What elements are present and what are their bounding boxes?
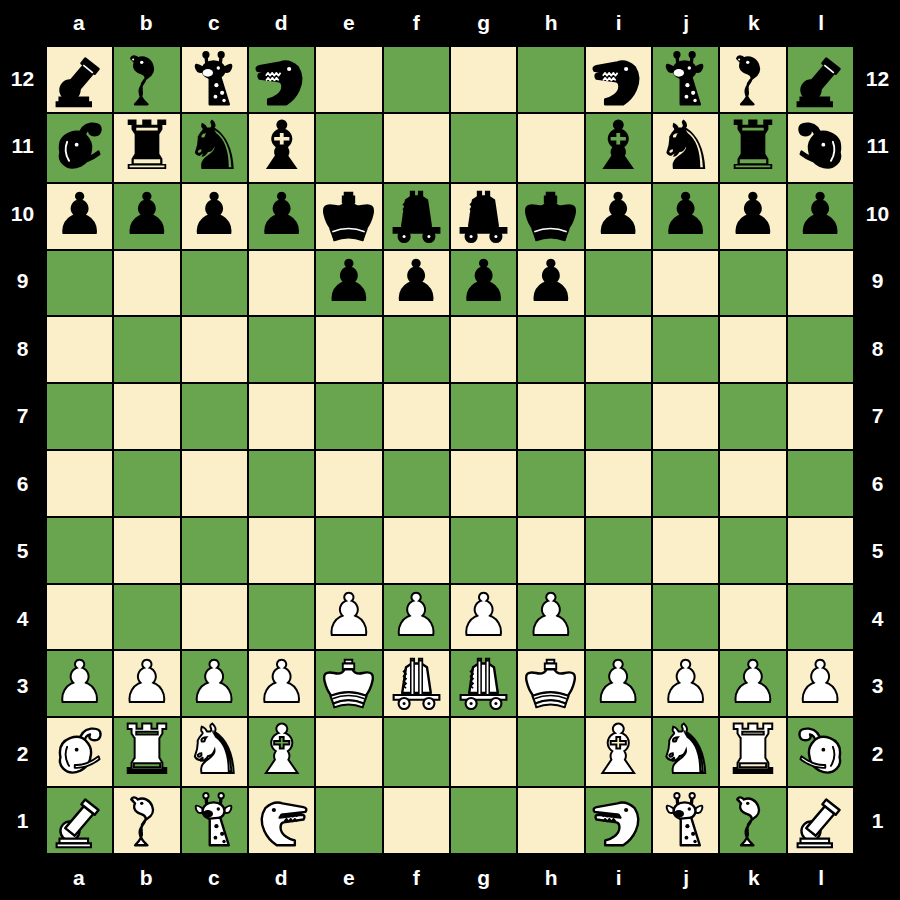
square-a10[interactable]: ♟ (47, 184, 112, 249)
square-d2[interactable]: ♝ (249, 718, 314, 786)
piece-white-pawn[interactable]: ♟ (256, 653, 308, 711)
piece-black-rook[interactable]: ♜ (723, 112, 784, 180)
piece-black-queen[interactable] (318, 186, 379, 247)
file-label-bottom-k: k (720, 855, 788, 900)
rank-label-left-8: 8 (0, 315, 45, 383)
square-k7[interactable] (720, 384, 785, 449)
piece-black-giraffe[interactable] (184, 49, 245, 110)
rank-label-right-7: 7 (855, 383, 900, 451)
square-e8[interactable] (316, 317, 381, 382)
square-l9[interactable] (788, 251, 853, 316)
square-d10[interactable]: ♟ (249, 184, 314, 249)
square-f4[interactable]: ♟ (384, 585, 449, 650)
square-a5[interactable] (47, 518, 112, 583)
square-a4[interactable] (47, 585, 112, 650)
square-i5[interactable] (586, 518, 651, 583)
rank-label-right-2: 2 (855, 720, 900, 788)
rank-label-left-4: 4 (0, 585, 45, 653)
rank-labels-right: 121110987654321 (855, 45, 900, 855)
square-g3[interactable] (451, 651, 516, 716)
square-h9[interactable]: ♟ (518, 251, 583, 316)
file-label-bottom-j: j (653, 855, 721, 900)
square-k9[interactable] (720, 251, 785, 316)
piece-black-pawn[interactable]: ♟ (660, 185, 712, 243)
square-f10[interactable] (384, 184, 449, 249)
square-d9[interactable] (249, 251, 314, 316)
square-k8[interactable] (720, 317, 785, 382)
square-e1[interactable] (316, 788, 381, 853)
file-label-bottom-g: g (450, 855, 518, 900)
file-label-top-g: g (450, 0, 518, 45)
square-l11[interactable] (788, 114, 853, 182)
piece-white-pawn[interactable]: ♟ (121, 653, 173, 711)
square-g6[interactable] (451, 451, 516, 516)
square-h12[interactable] (518, 47, 583, 112)
square-h5[interactable] (518, 518, 583, 583)
square-i2[interactable]: ♝ (586, 718, 651, 786)
square-l7[interactable] (788, 384, 853, 449)
square-i10[interactable]: ♟ (586, 184, 651, 249)
piece-white-pawn[interactable]: ♟ (390, 586, 442, 644)
file-label-top-c: c (180, 0, 248, 45)
board-screen: abcdefghijkl 121110987654321 ♜♞♝♝♞♜♟♟♟♟♟… (0, 0, 900, 900)
piece-black-king[interactable] (520, 186, 581, 247)
square-a11[interactable] (47, 114, 112, 182)
square-g9[interactable]: ♟ (451, 251, 516, 316)
square-b1[interactable] (114, 788, 179, 853)
square-c7[interactable] (182, 384, 247, 449)
piece-white-crocodile[interactable] (588, 790, 649, 851)
piece-black-pawn[interactable]: ♟ (323, 252, 375, 310)
file-labels-top: abcdefghijkl (45, 0, 855, 45)
square-e3[interactable] (316, 651, 381, 716)
square-d12[interactable] (249, 47, 314, 112)
square-d4[interactable] (249, 585, 314, 650)
square-f9[interactable]: ♟ (384, 251, 449, 316)
square-g5[interactable] (451, 518, 516, 583)
piece-white-knight[interactable]: ♞ (184, 716, 245, 784)
square-l8[interactable] (788, 317, 853, 382)
piece-black-cannon[interactable] (790, 49, 851, 110)
piece-black-pawn[interactable]: ♟ (256, 185, 308, 243)
rank-label-right-1: 1 (855, 788, 900, 856)
piece-white-pawn[interactable]: ♟ (188, 653, 240, 711)
square-k3[interactable]: ♟ (720, 651, 785, 716)
rank-label-right-6: 6 (855, 450, 900, 518)
square-d3[interactable]: ♟ (249, 651, 314, 716)
square-j2[interactable]: ♞ (653, 718, 718, 786)
square-e10[interactable] (316, 184, 381, 249)
rank-label-left-11: 11 (0, 113, 45, 181)
piece-white-giraffe[interactable] (655, 790, 716, 851)
square-e11[interactable] (316, 114, 381, 182)
rank-label-left-10: 10 (0, 180, 45, 248)
square-l6[interactable] (788, 451, 853, 516)
square-f2[interactable] (384, 718, 449, 786)
square-e5[interactable] (316, 518, 381, 583)
rank-label-right-5: 5 (855, 518, 900, 586)
square-h11[interactable] (518, 114, 583, 182)
rank-label-left-12: 12 (0, 45, 45, 113)
square-c1[interactable] (182, 788, 247, 853)
square-g4[interactable]: ♟ (451, 585, 516, 650)
piece-white-knight[interactable]: ♞ (655, 716, 716, 784)
square-k1[interactable] (720, 788, 785, 853)
square-k5[interactable] (720, 518, 785, 583)
square-a6[interactable] (47, 451, 112, 516)
square-g8[interactable] (451, 317, 516, 382)
piece-white-crocodile[interactable] (251, 790, 312, 851)
square-k4[interactable] (720, 585, 785, 650)
rank-label-right-10: 10 (855, 180, 900, 248)
piece-white-cannon[interactable] (790, 790, 851, 851)
rank-label-left-2: 2 (0, 720, 45, 788)
rank-label-left-1: 1 (0, 788, 45, 856)
square-d11[interactable]: ♝ (249, 114, 314, 182)
piece-black-machine[interactable] (453, 186, 514, 247)
piece-black-pawn[interactable]: ♟ (794, 185, 846, 243)
square-j12[interactable] (653, 47, 718, 112)
file-label-top-e: e (315, 0, 383, 45)
square-i12[interactable] (586, 47, 651, 112)
square-c5[interactable] (182, 518, 247, 583)
square-b9[interactable] (114, 251, 179, 316)
square-d6[interactable] (249, 451, 314, 516)
square-b8[interactable] (114, 317, 179, 382)
square-g12[interactable] (451, 47, 516, 112)
square-j6[interactable] (653, 451, 718, 516)
square-i1[interactable] (586, 788, 651, 853)
piece-black-knight[interactable]: ♞ (184, 112, 245, 180)
piece-black-machine[interactable] (386, 186, 447, 247)
piece-white-machine[interactable] (386, 653, 447, 714)
piece-black-elephant[interactable] (790, 117, 851, 178)
square-l2[interactable] (788, 718, 853, 786)
rank-label-left-7: 7 (0, 383, 45, 451)
square-b3[interactable]: ♟ (114, 651, 179, 716)
square-c4[interactable] (182, 585, 247, 650)
square-i8[interactable] (586, 317, 651, 382)
file-label-bottom-e: e (315, 855, 383, 900)
square-c3[interactable]: ♟ (182, 651, 247, 716)
square-h8[interactable] (518, 317, 583, 382)
file-label-top-f: f (383, 0, 451, 45)
square-b7[interactable] (114, 384, 179, 449)
file-label-top-l: l (788, 0, 856, 45)
piece-white-pawn[interactable]: ♟ (323, 586, 375, 644)
square-g2[interactable] (451, 718, 516, 786)
square-c11[interactable]: ♞ (182, 114, 247, 182)
square-b5[interactable] (114, 518, 179, 583)
square-b6[interactable] (114, 451, 179, 516)
piece-black-giraffe[interactable] (655, 49, 716, 110)
square-b12[interactable] (114, 47, 179, 112)
square-a9[interactable] (47, 251, 112, 316)
rank-label-left-5: 5 (0, 518, 45, 586)
square-j4[interactable] (653, 585, 718, 650)
file-label-top-a: a (45, 0, 113, 45)
square-j8[interactable] (653, 317, 718, 382)
square-a3[interactable]: ♟ (47, 651, 112, 716)
square-d5[interactable] (249, 518, 314, 583)
square-f11[interactable] (384, 114, 449, 182)
piece-black-camel[interactable] (116, 49, 177, 110)
square-l4[interactable] (788, 585, 853, 650)
rank-label-right-9: 9 (855, 248, 900, 316)
piece-white-camel[interactable] (116, 790, 177, 851)
file-label-top-j: j (653, 0, 721, 45)
square-i7[interactable] (586, 384, 651, 449)
square-g7[interactable] (451, 384, 516, 449)
square-b2[interactable]: ♜ (114, 718, 179, 786)
file-label-bottom-i: i (585, 855, 653, 900)
square-b4[interactable] (114, 585, 179, 650)
square-j11[interactable]: ♞ (653, 114, 718, 182)
piece-white-pawn[interactable]: ♟ (458, 586, 510, 644)
piece-white-cannon[interactable] (49, 790, 110, 851)
piece-white-king[interactable] (520, 653, 581, 714)
square-f6[interactable] (384, 451, 449, 516)
square-f3[interactable] (384, 651, 449, 716)
square-h1[interactable] (518, 788, 583, 853)
square-j3[interactable]: ♟ (653, 651, 718, 716)
rank-label-right-4: 4 (855, 585, 900, 653)
square-b11[interactable]: ♜ (114, 114, 179, 182)
piece-white-machine[interactable] (453, 653, 514, 714)
square-g11[interactable] (451, 114, 516, 182)
piece-white-pawn[interactable]: ♟ (592, 653, 644, 711)
square-j7[interactable] (653, 384, 718, 449)
file-label-bottom-h: h (518, 855, 586, 900)
square-d8[interactable] (249, 317, 314, 382)
file-label-bottom-c: c (180, 855, 248, 900)
piece-black-cannon[interactable] (49, 49, 110, 110)
square-l12[interactable] (788, 47, 853, 112)
piece-black-pawn[interactable]: ♟ (390, 252, 442, 310)
piece-black-pawn[interactable]: ♟ (121, 185, 173, 243)
square-a2[interactable] (47, 718, 112, 786)
piece-white-rook[interactable]: ♜ (723, 716, 784, 784)
file-label-top-k: k (720, 0, 788, 45)
square-d1[interactable] (249, 788, 314, 853)
file-label-top-h: h (518, 0, 586, 45)
piece-white-pawn[interactable]: ♟ (794, 653, 846, 711)
piece-black-camel[interactable] (722, 49, 783, 110)
piece-white-bishop[interactable]: ♝ (588, 716, 649, 784)
piece-black-bishop[interactable]: ♝ (588, 112, 649, 180)
square-c2[interactable]: ♞ (182, 718, 247, 786)
square-a1[interactable] (47, 788, 112, 853)
square-e6[interactable] (316, 451, 381, 516)
piece-white-rook[interactable]: ♜ (117, 716, 178, 784)
rank-label-right-11: 11 (855, 113, 900, 181)
piece-white-pawn[interactable]: ♟ (54, 653, 106, 711)
rank-label-left-3: 3 (0, 653, 45, 721)
square-i11[interactable]: ♝ (586, 114, 651, 182)
square-k11[interactable]: ♜ (720, 114, 785, 182)
rank-label-left-6: 6 (0, 450, 45, 518)
square-f5[interactable] (384, 518, 449, 583)
file-label-top-i: i (585, 0, 653, 45)
file-labels-bottom: abcdefghijkl (45, 855, 855, 900)
square-c10[interactable]: ♟ (182, 184, 247, 249)
square-j1[interactable] (653, 788, 718, 853)
square-j9[interactable] (653, 251, 718, 316)
square-d7[interactable] (249, 384, 314, 449)
square-g10[interactable] (451, 184, 516, 249)
square-c9[interactable] (182, 251, 247, 316)
piece-black-crocodile[interactable] (588, 49, 649, 110)
square-i3[interactable]: ♟ (586, 651, 651, 716)
square-c8[interactable] (182, 317, 247, 382)
piece-white-bishop[interactable]: ♝ (251, 716, 312, 784)
piece-white-giraffe[interactable] (184, 790, 245, 851)
square-e4[interactable]: ♟ (316, 585, 381, 650)
square-h6[interactable] (518, 451, 583, 516)
square-a7[interactable] (47, 384, 112, 449)
square-c6[interactable] (182, 451, 247, 516)
piece-white-camel[interactable] (722, 790, 783, 851)
file-label-bottom-d: d (248, 855, 316, 900)
piece-black-bishop[interactable]: ♝ (251, 112, 312, 180)
board: ♜♞♝♝♞♜♟♟♟♟♟♟♟♟♟♟♟♟♟♟♟♟♟♟♟♟♟♟♟♟♜♞♝♝♞♜ (45, 45, 855, 855)
square-h10[interactable] (518, 184, 583, 249)
square-e7[interactable] (316, 384, 381, 449)
square-l10[interactable]: ♟ (788, 184, 853, 249)
square-e9[interactable]: ♟ (316, 251, 381, 316)
rank-label-left-9: 9 (0, 248, 45, 316)
square-h7[interactable] (518, 384, 583, 449)
square-c12[interactable] (182, 47, 247, 112)
square-i9[interactable] (586, 251, 651, 316)
rank-label-right-12: 12 (855, 45, 900, 113)
piece-white-pawn[interactable]: ♟ (727, 653, 779, 711)
square-a8[interactable] (47, 317, 112, 382)
piece-black-knight[interactable]: ♞ (655, 112, 716, 180)
square-k2[interactable]: ♜ (720, 718, 785, 786)
piece-white-pawn[interactable]: ♟ (660, 653, 712, 711)
piece-white-elephant[interactable] (49, 722, 110, 783)
piece-black-pawn[interactable]: ♟ (727, 185, 779, 243)
square-f8[interactable] (384, 317, 449, 382)
square-i6[interactable] (586, 451, 651, 516)
file-label-top-b: b (113, 0, 181, 45)
piece-black-elephant[interactable] (49, 117, 110, 178)
square-k10[interactable]: ♟ (720, 184, 785, 249)
piece-black-pawn[interactable]: ♟ (458, 252, 510, 310)
rank-labels-left: 121110987654321 (0, 45, 45, 855)
square-k12[interactable] (720, 47, 785, 112)
square-e12[interactable] (316, 47, 381, 112)
piece-black-crocodile[interactable] (251, 49, 312, 110)
piece-black-pawn[interactable]: ♟ (525, 252, 577, 310)
square-j5[interactable] (653, 518, 718, 583)
square-a12[interactable] (47, 47, 112, 112)
piece-white-queen[interactable] (318, 653, 379, 714)
square-l5[interactable] (788, 518, 853, 583)
file-label-bottom-b: b (113, 855, 181, 900)
square-h3[interactable] (518, 651, 583, 716)
square-e2[interactable] (316, 718, 381, 786)
piece-white-pawn[interactable]: ♟ (525, 586, 577, 644)
square-l3[interactable]: ♟ (788, 651, 853, 716)
piece-black-pawn[interactable]: ♟ (54, 185, 106, 243)
square-h2[interactable] (518, 718, 583, 786)
piece-black-pawn[interactable]: ♟ (188, 185, 240, 243)
square-f1[interactable] (384, 788, 449, 853)
square-f12[interactable] (384, 47, 449, 112)
rank-label-right-8: 8 (855, 315, 900, 383)
square-h4[interactable]: ♟ (518, 585, 583, 650)
square-g1[interactable] (451, 788, 516, 853)
piece-white-elephant[interactable] (790, 722, 851, 783)
piece-black-pawn[interactable]: ♟ (592, 185, 644, 243)
square-j10[interactable]: ♟ (653, 184, 718, 249)
file-label-top-d: d (248, 0, 316, 45)
file-label-bottom-a: a (45, 855, 113, 900)
file-label-bottom-l: l (788, 855, 856, 900)
square-k6[interactable] (720, 451, 785, 516)
piece-black-rook[interactable]: ♜ (117, 112, 178, 180)
square-b10[interactable]: ♟ (114, 184, 179, 249)
square-l1[interactable] (788, 788, 853, 853)
file-label-bottom-f: f (383, 855, 451, 900)
square-f7[interactable] (384, 384, 449, 449)
square-i4[interactable] (586, 585, 651, 650)
rank-label-right-3: 3 (855, 653, 900, 721)
